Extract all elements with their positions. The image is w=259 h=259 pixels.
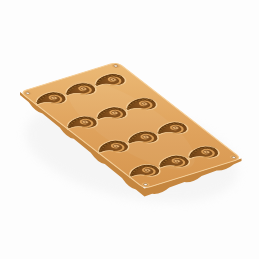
product-photo — [0, 0, 259, 259]
mold-scene — [0, 0, 259, 259]
